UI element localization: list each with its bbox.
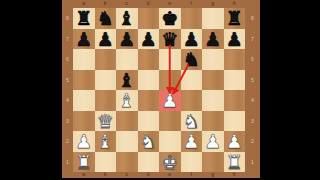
piece-white-bishop: ♝ — [97, 131, 114, 151]
square-f4 — [181, 90, 203, 111]
piece-black-bishop: ♝ — [118, 8, 135, 28]
board-grid: ♜♞♝♚♜♟♟♟♟♛♟♟♟♞♝♝♟♛♞♟♝♞♟♟♟♜♚♜ — [73, 8, 245, 172]
square-g2: ♟ — [202, 131, 224, 152]
square-c8: ♝ — [116, 8, 138, 29]
square-e8: ♚ — [159, 8, 181, 29]
piece-white-queen: ♛ — [97, 111, 114, 131]
square-a3 — [73, 111, 95, 132]
square-c6 — [116, 49, 138, 70]
square-h7: ♟ — [224, 29, 246, 50]
piece-white-pawn: ♟ — [75, 131, 92, 151]
piece-black-pawn: ♟ — [226, 29, 243, 49]
square-b5 — [95, 70, 117, 91]
piece-white-knight: ♞ — [140, 131, 157, 151]
piece-black-king: ♚ — [161, 8, 178, 28]
piece-white-knight: ♞ — [183, 111, 200, 131]
piece-black-pawn: ♟ — [75, 29, 92, 49]
square-h2: ♟ — [224, 131, 246, 152]
file-label-g-bottom: g — [202, 171, 224, 178]
square-a4 — [73, 90, 95, 111]
file-label-h-top: h — [224, 0, 246, 7]
square-d4 — [138, 90, 160, 111]
piece-white-pawn: ♟ — [226, 131, 243, 151]
square-a1: ♜ — [73, 152, 95, 173]
rank-label-4-left: 4 — [62, 90, 73, 111]
square-f8 — [181, 8, 203, 29]
piece-white-pawn: ♟ — [161, 90, 178, 110]
square-g7: ♟ — [202, 29, 224, 50]
square-d8 — [138, 8, 160, 29]
piece-white-king: ♚ — [161, 152, 178, 172]
square-e4: ♟ — [159, 90, 181, 111]
square-e2 — [159, 131, 181, 152]
square-h6 — [224, 49, 246, 70]
square-b7: ♟ — [95, 29, 117, 50]
square-b8: ♞ — [95, 8, 117, 29]
piece-black-pawn: ♟ — [140, 29, 157, 49]
video-frame: ♜♞♝♚♜♟♟♟♟♛♟♟♟♞♝♝♟♛♞♟♝♞♟♟♟♜♚♜ aabbccddeef… — [0, 0, 320, 180]
file-label-e-top: e — [159, 0, 181, 7]
square-b3: ♛ — [95, 111, 117, 132]
square-c5: ♝ — [116, 70, 138, 91]
file-label-b-top: b — [95, 0, 117, 7]
file-label-g-top: g — [202, 0, 224, 7]
square-e5 — [159, 70, 181, 91]
square-b4 — [95, 90, 117, 111]
square-h3 — [224, 111, 246, 132]
rank-label-5-right: 5 — [245, 70, 260, 91]
square-e6 — [159, 49, 181, 70]
square-g4 — [202, 90, 224, 111]
square-h4 — [224, 90, 246, 111]
square-f3: ♞ — [181, 111, 203, 132]
rank-label-7-right: 7 — [245, 29, 260, 50]
square-b2: ♝ — [95, 131, 117, 152]
square-a6 — [73, 49, 95, 70]
file-label-c-top: c — [116, 0, 138, 7]
square-d3 — [138, 111, 160, 132]
rank-label-1-right: 1 — [245, 152, 260, 173]
rank-label-4-right: 4 — [245, 90, 260, 111]
piece-black-pawn: ♟ — [118, 29, 135, 49]
chess-board: ♜♞♝♚♜♟♟♟♟♛♟♟♟♞♝♝♟♛♞♟♝♞♟♟♟♜♚♜ aabbccddeef… — [62, 0, 260, 178]
file-label-d-top: d — [138, 0, 160, 7]
square-h1: ♜ — [224, 152, 246, 173]
square-d2: ♞ — [138, 131, 160, 152]
square-d7: ♟ — [138, 29, 160, 50]
rank-label-3-left: 3 — [62, 111, 73, 132]
square-a8: ♜ — [73, 8, 95, 29]
square-g6 — [202, 49, 224, 70]
file-label-d-bottom: d — [138, 171, 160, 178]
piece-black-pawn: ♟ — [183, 29, 200, 49]
square-c3 — [116, 111, 138, 132]
piece-black-knight: ♞ — [97, 8, 114, 28]
square-c4: ♝ — [116, 90, 138, 111]
square-a5 — [73, 70, 95, 91]
square-c7: ♟ — [116, 29, 138, 50]
square-e3 — [159, 111, 181, 132]
rank-label-2-left: 2 — [62, 131, 73, 152]
piece-black-pawn: ♟ — [204, 29, 221, 49]
rank-label-1-left: 1 — [62, 152, 73, 173]
piece-black-knight: ♞ — [183, 49, 200, 69]
square-g5 — [202, 70, 224, 91]
piece-white-pawn: ♟ — [204, 131, 221, 151]
square-e1: ♚ — [159, 152, 181, 173]
file-label-f-top: f — [181, 0, 203, 7]
square-f7: ♟ — [181, 29, 203, 50]
rank-label-6-left: 6 — [62, 49, 73, 70]
rank-label-6-right: 6 — [245, 49, 260, 70]
square-f2: ♟ — [181, 131, 203, 152]
piece-black-rook: ♜ — [226, 8, 243, 28]
square-h5 — [224, 70, 246, 91]
square-f5 — [181, 70, 203, 91]
square-e7: ♛ — [159, 29, 181, 50]
piece-black-pawn: ♟ — [97, 29, 114, 49]
file-label-f-bottom: f — [181, 171, 203, 178]
piece-white-bishop: ♝ — [118, 90, 135, 110]
piece-white-rook: ♜ — [75, 152, 92, 172]
file-label-b-bottom: b — [95, 171, 117, 178]
piece-black-queen: ♛ — [161, 29, 178, 49]
square-g1 — [202, 152, 224, 173]
square-b6 — [95, 49, 117, 70]
square-c2 — [116, 131, 138, 152]
square-g8 — [202, 8, 224, 29]
square-h8: ♜ — [224, 8, 246, 29]
file-label-c-bottom: c — [116, 171, 138, 178]
rank-label-8-left: 8 — [62, 8, 73, 29]
square-a7: ♟ — [73, 29, 95, 50]
piece-white-pawn: ♟ — [183, 131, 200, 151]
square-a2: ♟ — [73, 131, 95, 152]
rank-label-7-left: 7 — [62, 29, 73, 50]
rank-label-2-right: 2 — [245, 131, 260, 152]
square-b1 — [95, 152, 117, 173]
square-d1 — [138, 152, 160, 173]
square-d5 — [138, 70, 160, 91]
piece-white-rook: ♜ — [226, 152, 243, 172]
file-label-a-top: a — [73, 0, 95, 7]
rank-label-8-right: 8 — [245, 8, 260, 29]
piece-black-rook: ♜ — [75, 8, 92, 28]
square-d6 — [138, 49, 160, 70]
square-f1 — [181, 152, 203, 173]
square-f6: ♞ — [181, 49, 203, 70]
piece-black-bishop: ♝ — [118, 70, 135, 90]
square-c1 — [116, 152, 138, 173]
rank-label-3-right: 3 — [245, 111, 260, 132]
rank-label-5-left: 5 — [62, 70, 73, 91]
square-g3 — [202, 111, 224, 132]
